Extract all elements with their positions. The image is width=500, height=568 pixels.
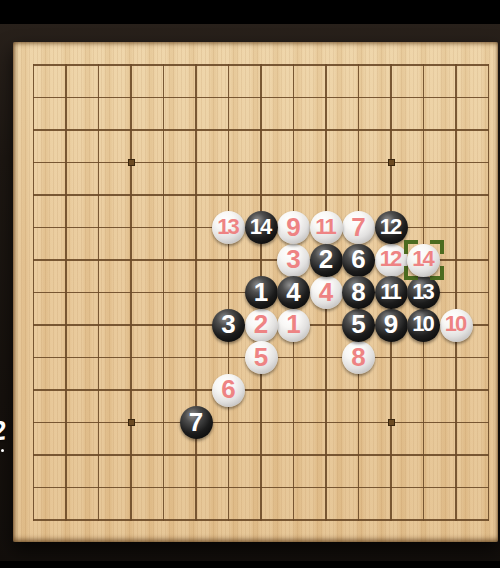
star-point <box>388 159 395 166</box>
stone-number: 4 <box>319 279 333 305</box>
stone-white-2: 2 <box>245 309 278 342</box>
top-black-bar <box>0 0 500 24</box>
stone-white-8: 8 <box>342 341 375 374</box>
stone-number: 3 <box>286 246 300 272</box>
stone-black-2: 2 <box>310 244 343 277</box>
stone-number: 13 <box>217 216 237 238</box>
stone-white-7: 7 <box>342 211 375 244</box>
grid-line-horizontal <box>33 422 489 423</box>
stone-black-10: 10 <box>407 309 440 342</box>
stone-number: 10 <box>445 313 465 335</box>
stone-number: 10 <box>412 313 432 335</box>
stone-number: 8 <box>351 344 365 370</box>
edge-partial-glyph: 2 <box>0 415 8 447</box>
stone-number: 9 <box>286 214 300 240</box>
stone-number: 3 <box>221 311 235 337</box>
stone-black-9: 9 <box>375 309 408 342</box>
stone-black-4: 4 <box>277 276 310 309</box>
stone-number: 5 <box>254 344 268 370</box>
stone-number: 2 <box>254 311 268 337</box>
stone-number: 14 <box>412 248 432 270</box>
grid-line-horizontal <box>33 487 489 488</box>
stone-white-5: 5 <box>245 341 278 374</box>
star-point <box>388 419 395 426</box>
stone-black-3: 3 <box>212 309 245 342</box>
go-board[interactable]: 12345678910111213141234567891011121314 <box>13 42 498 542</box>
stone-number: 12 <box>380 216 400 238</box>
stone-number: 6 <box>221 376 235 402</box>
screen: 12345678910111213141234567891011121314 2 <box>0 0 500 568</box>
stone-white-1: 1 <box>277 309 310 342</box>
star-point <box>128 419 135 426</box>
stone-number: 12 <box>380 248 400 270</box>
stone-number: 13 <box>412 281 432 303</box>
stone-white-4: 4 <box>310 276 343 309</box>
stone-white-3: 3 <box>277 244 310 277</box>
stone-black-5: 5 <box>342 309 375 342</box>
stone-white-9: 9 <box>277 211 310 244</box>
stone-number: 11 <box>380 281 399 303</box>
stone-number: 1 <box>254 279 268 305</box>
stone-number: 9 <box>384 311 398 337</box>
stone-white-11: 11 <box>310 211 343 244</box>
stone-black-14: 14 <box>245 211 278 244</box>
stone-number: 8 <box>351 279 365 305</box>
grid-line-horizontal <box>33 519 489 520</box>
grid-line-vertical <box>455 64 456 520</box>
stone-black-8: 8 <box>342 276 375 309</box>
stone-number: 4 <box>286 279 300 305</box>
stone-black-13: 13 <box>407 276 440 309</box>
stone-black-11: 11 <box>375 276 408 309</box>
stone-white-13: 13 <box>212 211 245 244</box>
edge-dot <box>1 449 4 452</box>
stone-white-10: 10 <box>440 309 473 342</box>
stone-number: 1 <box>286 311 300 337</box>
stone-number: 11 <box>315 216 334 238</box>
stone-number: 5 <box>351 311 365 337</box>
stone-black-6: 6 <box>342 244 375 277</box>
stone-number: 7 <box>351 214 365 240</box>
stone-number: 2 <box>319 246 333 272</box>
grid-line-horizontal <box>33 389 489 390</box>
stone-black-7: 7 <box>180 406 213 439</box>
grid-line-horizontal <box>33 454 489 455</box>
star-point <box>128 159 135 166</box>
grid-line-vertical <box>488 64 489 520</box>
stone-number: 6 <box>351 246 365 272</box>
stone-white-14: 14 <box>407 244 440 277</box>
bottom-black-bar <box>0 561 500 568</box>
stone-number: 7 <box>189 409 203 435</box>
stone-white-6: 6 <box>212 374 245 407</box>
stone-number: 14 <box>250 216 270 238</box>
stone-black-1: 1 <box>245 276 278 309</box>
